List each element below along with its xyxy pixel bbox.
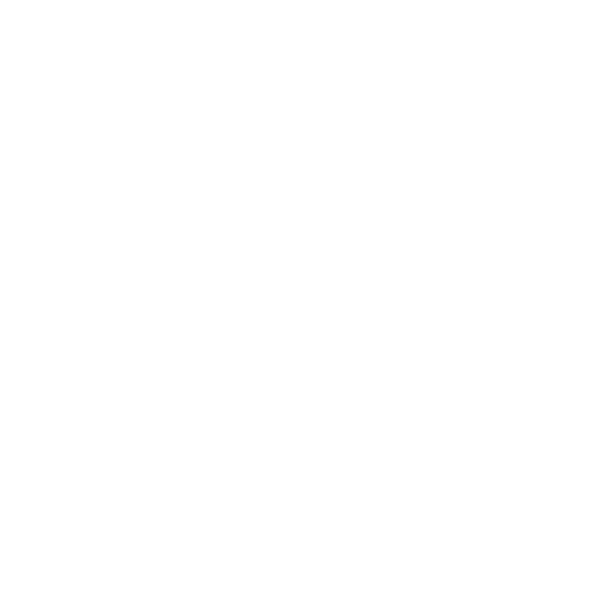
chess-board <box>0 0 590 595</box>
chess-board-stage <box>0 0 590 595</box>
